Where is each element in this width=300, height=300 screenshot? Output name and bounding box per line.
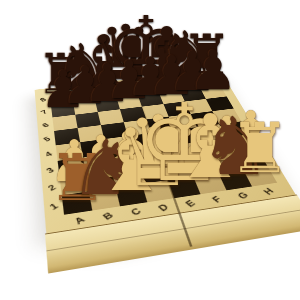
pieces-layer: ♜♞♝♛♚♝♞♜♟♟♟♟♟♟♟♟♟♟♟♟♟♟♟♟♜♞♝♛♚♝♞♜ (0, 0, 300, 300)
chess-set-photo: 12345678 ABCDEFGH ♜♞♝♛♚♝♞♜♟♟♟♟♟♟♟♟♟♟♟♟♟♟… (0, 0, 300, 300)
piece-white-r-h1[interactable]: ♜ (229, 114, 291, 183)
